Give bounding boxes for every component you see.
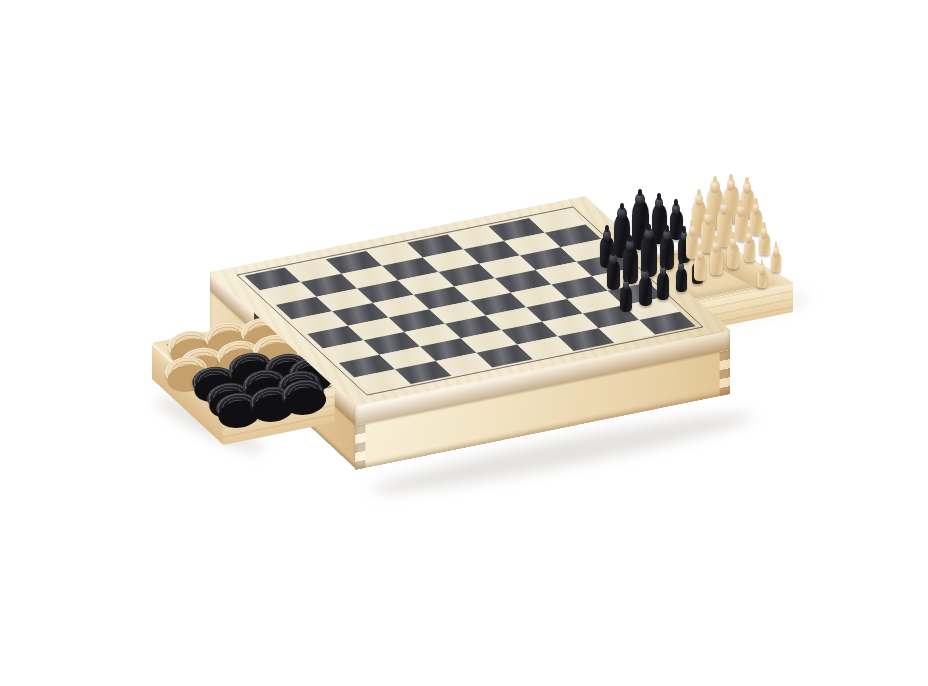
product-photo-stage — [0, 0, 928, 686]
black-chess-piece — [657, 272, 669, 300]
natural-chess-piece — [710, 247, 723, 275]
finger-joints-right — [720, 350, 730, 396]
natural-chess-piece — [771, 252, 781, 272]
black-chess-piece — [607, 260, 620, 290]
natural-chess-piece — [694, 255, 706, 281]
natural-chess-piece — [744, 238, 755, 262]
natural-chess-piece — [757, 270, 767, 288]
black-chess-piece — [676, 268, 687, 292]
black-chess-piece — [620, 286, 632, 312]
natural-chess-piece — [759, 233, 770, 255]
natural-chess-piece — [727, 243, 739, 269]
finger-joints-left — [355, 424, 365, 470]
black-chess-piece — [639, 276, 652, 306]
